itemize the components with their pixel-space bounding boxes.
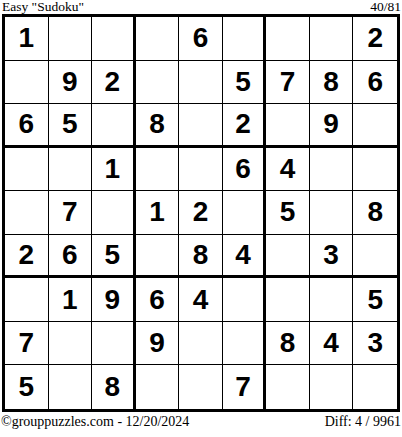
cell-r4c9[interactable] xyxy=(353,148,397,192)
cell-r5c8[interactable] xyxy=(310,191,354,235)
cell-r9c8[interactable] xyxy=(310,365,354,409)
cell-r7c9: 5 xyxy=(353,278,397,322)
cell-r7c2: 1 xyxy=(49,278,93,322)
cell-r4c4[interactable] xyxy=(136,148,180,192)
cell-r7c4: 6 xyxy=(136,278,180,322)
cell-r3c5[interactable] xyxy=(179,104,223,148)
puzzle-title: Easy "Sudoku" xyxy=(2,0,84,13)
cell-r2c5[interactable] xyxy=(179,61,223,105)
cell-r8c9: 3 xyxy=(353,322,397,366)
cell-r5c5: 2 xyxy=(179,191,223,235)
cell-r3c9[interactable] xyxy=(353,104,397,148)
cell-r7c7[interactable] xyxy=(266,278,310,322)
cell-r4c8[interactable] xyxy=(310,148,354,192)
cell-r3c4: 8 xyxy=(136,104,180,148)
cell-r6c1: 2 xyxy=(5,235,49,279)
cell-r7c1[interactable] xyxy=(5,278,49,322)
cell-r6c8: 3 xyxy=(310,235,354,279)
cell-r4c5[interactable] xyxy=(179,148,223,192)
cell-r5c6[interactable] xyxy=(223,191,267,235)
cell-r9c5[interactable] xyxy=(179,365,223,409)
difficulty-text: Diff: 4 / 9961 xyxy=(325,413,401,430)
cell-r2c1[interactable] xyxy=(5,61,49,105)
cell-r7c3: 9 xyxy=(92,278,136,322)
cell-r4c6: 6 xyxy=(223,148,267,192)
cell-r9c6: 7 xyxy=(223,365,267,409)
cell-r4c1[interactable] xyxy=(5,148,49,192)
cell-r5c1[interactable] xyxy=(5,191,49,235)
cell-r2c6: 5 xyxy=(223,61,267,105)
cell-r9c4[interactable] xyxy=(136,365,180,409)
cell-r3c1: 6 xyxy=(5,104,49,148)
sudoku-grid: 1629257866582916471258265843196457984358… xyxy=(2,14,400,412)
cell-r1c6[interactable] xyxy=(223,17,267,61)
cell-r1c4[interactable] xyxy=(136,17,180,61)
cell-r7c6[interactable] xyxy=(223,278,267,322)
cell-r9c3: 8 xyxy=(92,365,136,409)
cell-r1c7[interactable] xyxy=(266,17,310,61)
cell-r3c6: 2 xyxy=(223,104,267,148)
cell-r9c9[interactable] xyxy=(353,365,397,409)
cell-r5c7: 5 xyxy=(266,191,310,235)
copyright-text: ©grouppuzzles.com - 12/20/2024 xyxy=(1,413,189,430)
cell-r6c7[interactable] xyxy=(266,235,310,279)
cell-r6c3: 5 xyxy=(92,235,136,279)
cell-r8c6[interactable] xyxy=(223,322,267,366)
cell-r8c7: 8 xyxy=(266,322,310,366)
cell-r1c2[interactable] xyxy=(49,17,93,61)
cell-r8c3[interactable] xyxy=(92,322,136,366)
cell-r6c6: 4 xyxy=(223,235,267,279)
cell-r3c3[interactable] xyxy=(92,104,136,148)
cell-r8c4: 9 xyxy=(136,322,180,366)
cell-r5c3[interactable] xyxy=(92,191,136,235)
cell-r4c3: 1 xyxy=(92,148,136,192)
cell-r6c4[interactable] xyxy=(136,235,180,279)
cell-r1c8[interactable] xyxy=(310,17,354,61)
cell-r6c2: 6 xyxy=(49,235,93,279)
cell-r9c1: 5 xyxy=(5,365,49,409)
cell-r2c2: 9 xyxy=(49,61,93,105)
cell-r5c9: 8 xyxy=(353,191,397,235)
cell-r8c5[interactable] xyxy=(179,322,223,366)
cell-r4c2[interactable] xyxy=(49,148,93,192)
cell-r7c5: 4 xyxy=(179,278,223,322)
cell-r8c2[interactable] xyxy=(49,322,93,366)
cell-r9c2[interactable] xyxy=(49,365,93,409)
cell-r7c8[interactable] xyxy=(310,278,354,322)
cell-r1c5: 6 xyxy=(179,17,223,61)
cell-r6c9[interactable] xyxy=(353,235,397,279)
cell-r1c3[interactable] xyxy=(92,17,136,61)
cell-r1c1: 1 xyxy=(5,17,49,61)
cell-r6c5: 8 xyxy=(179,235,223,279)
cell-r8c1: 7 xyxy=(5,322,49,366)
clue-count: 40/81 xyxy=(370,0,401,13)
cell-r3c2: 5 xyxy=(49,104,93,148)
cell-r2c8: 8 xyxy=(310,61,354,105)
cell-r9c7[interactable] xyxy=(266,365,310,409)
cell-r2c3: 2 xyxy=(92,61,136,105)
cell-r5c4: 1 xyxy=(136,191,180,235)
cell-r4c7: 4 xyxy=(266,148,310,192)
page-footer: ©grouppuzzles.com - 12/20/2024 Diff: 4 /… xyxy=(1,413,401,430)
cell-r3c8: 9 xyxy=(310,104,354,148)
cell-r1c9: 2 xyxy=(353,17,397,61)
cell-r2c4[interactable] xyxy=(136,61,180,105)
cell-r3c7[interactable] xyxy=(266,104,310,148)
cell-r5c2: 7 xyxy=(49,191,93,235)
cell-r8c8: 4 xyxy=(310,322,354,366)
cell-r2c9: 6 xyxy=(353,61,397,105)
page-header: Easy "Sudoku" 40/81 xyxy=(2,0,401,13)
cell-r2c7: 7 xyxy=(266,61,310,105)
